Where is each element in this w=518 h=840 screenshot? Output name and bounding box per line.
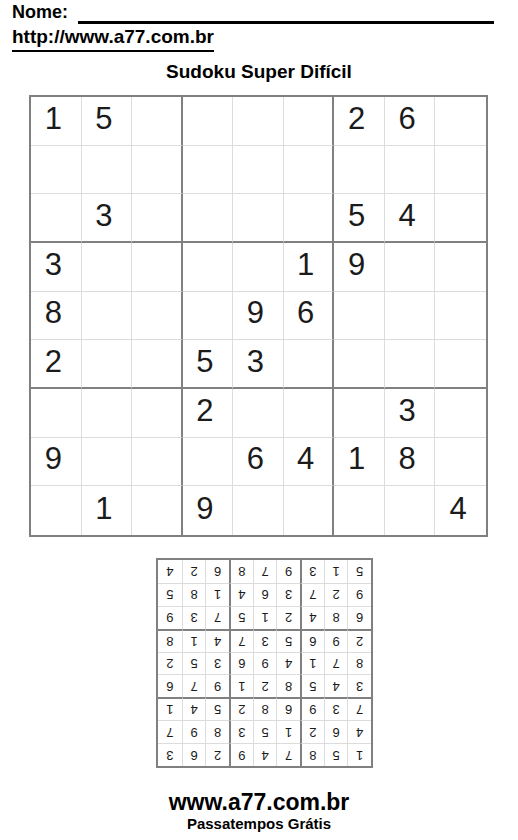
puzzle-cell-r1c1: 1 bbox=[31, 97, 82, 146]
puzzle-cell-r4c2 bbox=[82, 243, 133, 292]
solution-cell-r6c9: 8 bbox=[158, 629, 182, 652]
solution-cell-r4c1: 3 bbox=[347, 674, 371, 697]
puzzle-cell-r1c8: 6 bbox=[385, 97, 436, 146]
puzzle-cell-r7c7 bbox=[334, 389, 385, 438]
solution-cell-r1c4: 7 bbox=[276, 743, 300, 766]
solution-cell-r1c2: 5 bbox=[324, 743, 348, 766]
solution-cell-r2c2: 6 bbox=[324, 720, 348, 743]
puzzle-cell-r9c4: 9 bbox=[183, 486, 234, 535]
puzzle-cell-r5c8 bbox=[385, 292, 436, 341]
puzzle-cell-r8c4 bbox=[183, 438, 234, 487]
solution-cell-r1c3: 8 bbox=[300, 743, 324, 766]
sudoku-grid: 15263543198962532396418194 bbox=[29, 95, 488, 537]
puzzle-cell-r3c8: 4 bbox=[385, 194, 436, 243]
solution-cell-r1c7: 2 bbox=[205, 743, 229, 766]
puzzle-cell-r5c7 bbox=[334, 292, 385, 341]
puzzle-cell-r6c8 bbox=[385, 340, 436, 389]
solution-cell-r1c5: 4 bbox=[253, 743, 277, 766]
puzzle-cell-r5c2 bbox=[82, 292, 133, 341]
solution-cell-r3c1: 7 bbox=[347, 697, 371, 720]
puzzle-cell-r4c5 bbox=[233, 243, 284, 292]
puzzle-cell-r2c1 bbox=[31, 146, 82, 195]
solution-cell-r3c3: 9 bbox=[300, 697, 324, 720]
solution-cell-r1c8: 6 bbox=[182, 743, 206, 766]
puzzle-cell-r1c3 bbox=[132, 97, 183, 146]
puzzle-cell-r1c4 bbox=[183, 97, 234, 146]
puzzle-cell-r7c1 bbox=[31, 389, 82, 438]
puzzle-cell-r1c9 bbox=[435, 97, 486, 146]
puzzle-cell-r2c4 bbox=[183, 146, 234, 195]
puzzle-cell-r4c8 bbox=[385, 243, 436, 292]
solution-cell-r9c3: 3 bbox=[300, 560, 324, 583]
solution-cell-r6c1: 2 bbox=[347, 629, 371, 652]
solution-cell-r6c7: 4 bbox=[205, 629, 229, 652]
puzzle-cell-r5c9 bbox=[435, 292, 486, 341]
solution-cell-r5c9: 2 bbox=[158, 652, 182, 675]
puzzle-cell-r3c2: 3 bbox=[82, 194, 133, 243]
solution-cell-r3c9: 1 bbox=[158, 697, 182, 720]
solution-cell-r1c1: 1 bbox=[347, 743, 371, 766]
puzzle-cell-r8c3 bbox=[132, 438, 183, 487]
puzzle-cell-r7c9 bbox=[435, 389, 486, 438]
solution-cell-r9c5: 7 bbox=[253, 560, 277, 583]
solution-cell-r6c5: 3 bbox=[253, 629, 277, 652]
puzzle-cell-r6c3 bbox=[132, 340, 183, 389]
solution-cell-r8c6: 4 bbox=[229, 583, 253, 606]
puzzle-title: Sudoku Super Difícil bbox=[0, 61, 518, 83]
puzzle-cell-r1c2: 5 bbox=[82, 97, 133, 146]
solution-cell-r3c7: 5 bbox=[205, 697, 229, 720]
name-label: Nome: bbox=[12, 2, 68, 23]
solution-cell-r7c7: 7 bbox=[205, 606, 229, 629]
puzzle-cell-r9c6 bbox=[284, 486, 335, 535]
puzzle-cell-r5c4 bbox=[183, 292, 234, 341]
solution-cell-r5c6: 6 bbox=[229, 652, 253, 675]
puzzle-cell-r3c1 bbox=[31, 194, 82, 243]
puzzle-cell-r4c4 bbox=[183, 243, 234, 292]
puzzle-cell-r8c7: 1 bbox=[334, 438, 385, 487]
solution-cell-r7c6: 5 bbox=[229, 606, 253, 629]
puzzle-cell-r5c6: 6 bbox=[284, 292, 335, 341]
puzzle-cell-r1c7: 2 bbox=[334, 97, 385, 146]
puzzle-cell-r9c7 bbox=[334, 486, 385, 535]
solution-cell-r7c9: 9 bbox=[158, 606, 182, 629]
puzzle-cell-r2c2 bbox=[82, 146, 133, 195]
puzzle-cell-r7c5 bbox=[233, 389, 284, 438]
solution-cell-r2c7: 8 bbox=[205, 720, 229, 743]
puzzle-cell-r1c5 bbox=[233, 97, 284, 146]
solution-cell-r3c8: 4 bbox=[182, 697, 206, 720]
solution-cell-r2c5: 5 bbox=[253, 720, 277, 743]
puzzle-cell-r9c3 bbox=[132, 486, 183, 535]
solution-cell-r4c9: 6 bbox=[158, 674, 182, 697]
puzzle-cell-r4c7: 9 bbox=[334, 243, 385, 292]
solution-cell-r9c9: 4 bbox=[158, 560, 182, 583]
puzzle-cell-r3c9 bbox=[435, 194, 486, 243]
puzzle-cell-r5c1: 8 bbox=[31, 292, 82, 341]
puzzle-cell-r2c7 bbox=[334, 146, 385, 195]
solution-cell-r5c7: 3 bbox=[205, 652, 229, 675]
site-url-link[interactable]: http://www.a77.com.br bbox=[12, 26, 214, 52]
solution-cell-r5c2: 7 bbox=[324, 652, 348, 675]
solution-cell-r7c2: 8 bbox=[324, 606, 348, 629]
solution-cell-r8c3: 7 bbox=[300, 583, 324, 606]
solution-cell-r7c4: 2 bbox=[276, 606, 300, 629]
puzzle-cell-r8c9 bbox=[435, 438, 486, 487]
solution-cell-r8c9: 5 bbox=[158, 583, 182, 606]
puzzle-cell-r2c5 bbox=[233, 146, 284, 195]
puzzle-cell-r2c6 bbox=[284, 146, 335, 195]
solution-cell-r7c1: 6 bbox=[347, 606, 371, 629]
puzzle-cell-r3c3 bbox=[132, 194, 183, 243]
solution-cell-r3c2: 3 bbox=[324, 697, 348, 720]
puzzle-cell-r2c9 bbox=[435, 146, 486, 195]
solution-cell-r6c3: 6 bbox=[300, 629, 324, 652]
solution-cell-r2c9: 7 bbox=[158, 720, 182, 743]
solution-cell-r8c1: 9 bbox=[347, 583, 371, 606]
solution-cell-r3c6: 2 bbox=[229, 697, 253, 720]
puzzle-cell-r5c5: 9 bbox=[233, 292, 284, 341]
solution-cell-r3c4: 6 bbox=[276, 697, 300, 720]
puzzle-cell-r9c2: 1 bbox=[82, 486, 133, 535]
solution-cell-r5c5: 9 bbox=[253, 652, 277, 675]
solution-cell-r7c5: 1 bbox=[253, 606, 277, 629]
puzzle-cell-r3c5 bbox=[233, 194, 284, 243]
puzzle-cell-r4c1: 3 bbox=[31, 243, 82, 292]
puzzle-cell-r8c8: 8 bbox=[385, 438, 436, 487]
solution-cell-r7c8: 3 bbox=[182, 606, 206, 629]
solution-cell-r7c3: 4 bbox=[300, 606, 324, 629]
solution-cell-r4c6: 1 bbox=[229, 674, 253, 697]
puzzle-cell-r2c3 bbox=[132, 146, 183, 195]
puzzle-cell-r8c2 bbox=[82, 438, 133, 487]
footer-tagline: Passatempos Grátis bbox=[0, 815, 518, 832]
solution-cell-r6c8: 1 bbox=[182, 629, 206, 652]
solution-cell-r9c4: 9 bbox=[276, 560, 300, 583]
solution-cell-r8c4: 3 bbox=[276, 583, 300, 606]
solution-cell-r9c6: 8 bbox=[229, 560, 253, 583]
puzzle-cell-r6c5: 3 bbox=[233, 340, 284, 389]
solution-cell-r2c4: 1 bbox=[276, 720, 300, 743]
puzzle-cell-r8c1: 9 bbox=[31, 438, 82, 487]
solution-cell-r4c7: 9 bbox=[205, 674, 229, 697]
solution-cell-r8c8: 8 bbox=[182, 583, 206, 606]
solution-cell-r4c5: 2 bbox=[253, 674, 277, 697]
puzzle-cell-r7c3 bbox=[132, 389, 183, 438]
puzzle-cell-r3c4 bbox=[183, 194, 234, 243]
puzzle-cell-r4c9 bbox=[435, 243, 486, 292]
solution-cell-r9c1: 5 bbox=[347, 560, 371, 583]
puzzle-cell-r9c1 bbox=[31, 486, 82, 535]
solution-cell-r4c4: 8 bbox=[276, 674, 300, 697]
puzzle-cell-r4c6: 1 bbox=[284, 243, 335, 292]
puzzle-cell-r9c5 bbox=[233, 486, 284, 535]
solution-cell-r2c3: 2 bbox=[300, 720, 324, 743]
puzzle-cell-r6c1: 2 bbox=[31, 340, 82, 389]
puzzle-cell-r4c3 bbox=[132, 243, 183, 292]
puzzle-cell-r7c6 bbox=[284, 389, 335, 438]
puzzle-cell-r9c8 bbox=[385, 486, 436, 535]
solution-cell-r8c7: 1 bbox=[205, 583, 229, 606]
solution-cell-r5c3: 1 bbox=[300, 652, 324, 675]
solution-cell-r4c3: 5 bbox=[300, 674, 324, 697]
solution-cell-r2c6: 3 bbox=[229, 720, 253, 743]
puzzle-cell-r7c8: 3 bbox=[385, 389, 436, 438]
solution-cell-r5c4: 4 bbox=[276, 652, 300, 675]
solution-cell-r4c8: 7 bbox=[182, 674, 206, 697]
solution-cell-r4c2: 4 bbox=[324, 674, 348, 697]
solution-cell-r6c2: 9 bbox=[324, 629, 348, 652]
solution-cell-r3c5: 8 bbox=[253, 697, 277, 720]
puzzle-cell-r8c5: 6 bbox=[233, 438, 284, 487]
solution-cell-r8c5: 6 bbox=[253, 583, 277, 606]
puzzle-cell-r3c7: 5 bbox=[334, 194, 385, 243]
solution-cell-r1c6: 9 bbox=[229, 743, 253, 766]
puzzle-cell-r6c6 bbox=[284, 340, 335, 389]
puzzle-cell-r7c4: 2 bbox=[183, 389, 234, 438]
puzzle-cell-r2c8 bbox=[385, 146, 436, 195]
solution-cell-r9c7: 6 bbox=[205, 560, 229, 583]
solution-cell-r6c6: 7 bbox=[229, 629, 253, 652]
header-url-wrap: http://www.a77.com.br bbox=[12, 26, 214, 52]
puzzle-cell-r6c2 bbox=[82, 340, 133, 389]
name-fill-line bbox=[78, 21, 494, 24]
solution-cell-r6c4: 5 bbox=[276, 629, 300, 652]
puzzle-cell-r9c9: 4 bbox=[435, 486, 486, 535]
solution-cell-r2c8: 9 bbox=[182, 720, 206, 743]
solution-cell-r2c1: 4 bbox=[347, 720, 371, 743]
puzzle-cell-r1c6 bbox=[284, 97, 335, 146]
puzzle-cell-r7c2 bbox=[82, 389, 133, 438]
puzzle-cell-r6c4: 5 bbox=[183, 340, 234, 389]
footer-url: www.a77.com.br bbox=[0, 789, 518, 816]
solution-cell-r1c9: 3 bbox=[158, 743, 182, 766]
solution-cell-r9c8: 2 bbox=[182, 560, 206, 583]
solution-cell-r5c1: 8 bbox=[347, 652, 371, 675]
puzzle-cell-r8c6: 4 bbox=[284, 438, 335, 487]
puzzle-cell-r6c9 bbox=[435, 340, 486, 389]
puzzle-cell-r6c7 bbox=[334, 340, 385, 389]
solution-cell-r5c8: 5 bbox=[182, 652, 206, 675]
printable-sudoku-page: Nome: http://www.a77.com.br Sudoku Super… bbox=[0, 0, 518, 840]
puzzle-cell-r5c3 bbox=[132, 292, 183, 341]
solution-cell-r9c2: 1 bbox=[324, 560, 348, 583]
solution-grid: 1587492634621538977396825413458219768714… bbox=[156, 558, 373, 768]
solution-cell-r8c2: 2 bbox=[324, 583, 348, 606]
puzzle-cell-r3c6 bbox=[284, 194, 335, 243]
